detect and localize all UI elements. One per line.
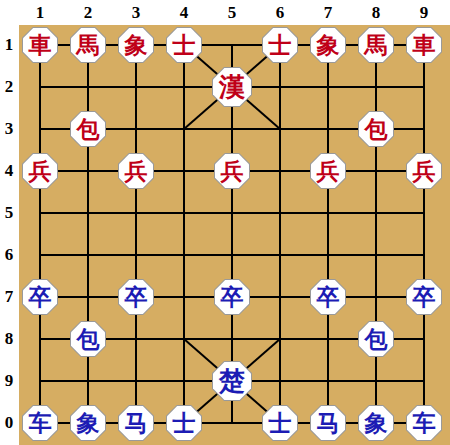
rank-label-6: 6 [0,244,18,266]
red-soldier-glyph: 兵 [407,154,441,188]
rank-label-9: 9 [0,370,18,392]
blue-horse-glyph: 马 [311,406,345,440]
blue-soldier-glyph: 卒 [23,280,57,314]
blue-soldier-glyph: 卒 [407,280,441,314]
red-soldier-glyph: 兵 [311,154,345,188]
red-chariot-glyph: 車 [407,28,441,62]
red-cannon-glyph: 包 [71,112,105,146]
red-elephant-glyph: 象 [311,28,345,62]
blue-cannon-glyph: 包 [71,322,105,356]
red-advisor-glyph: 士 [167,28,201,62]
red-elephant-glyph: 象 [119,28,153,62]
red-soldier-glyph: 兵 [23,154,57,188]
blue-chariot-glyph: 车 [407,406,441,440]
rank-label-0: 0 [0,412,18,434]
rank-label-1: 1 [0,34,18,56]
blue-general[interactable]: 楚 [212,361,252,401]
blue-advisor-glyph: 士 [167,406,201,440]
blue-horse-glyph: 马 [119,406,153,440]
blue-soldier-glyph: 卒 [215,280,249,314]
red-general[interactable]: 漢 [212,67,252,107]
rank-label-2: 2 [0,76,18,98]
file-label-9: 9 [414,2,434,24]
file-label-3: 3 [126,2,146,24]
file-label-6: 6 [270,2,290,24]
red-horse[interactable]: 馬 [70,27,106,63]
red-advisor-glyph: 士 [263,28,297,62]
rank-label-3: 3 [0,118,18,140]
rank-label-8: 8 [0,328,18,350]
red-cannon-glyph: 包 [359,112,393,146]
red-horse-glyph: 馬 [359,28,393,62]
blue-general-glyph: 楚 [213,362,251,400]
blue-elephant-glyph: 象 [359,406,393,440]
blue-advisor-glyph: 士 [263,406,297,440]
file-label-5: 5 [222,2,242,24]
file-label-4: 4 [174,2,194,24]
blue-soldier-glyph: 卒 [311,280,345,314]
rank-label-4: 4 [0,160,18,182]
red-chariot-glyph: 車 [23,28,57,62]
file-label-8: 8 [366,2,386,24]
red-soldier-glyph: 兵 [119,154,153,188]
blue-chariot-glyph: 车 [23,406,57,440]
rank-label-5: 5 [0,202,18,224]
rank-label-7: 7 [0,286,18,308]
red-general-glyph: 漢 [213,68,251,106]
file-label-1: 1 [30,2,50,24]
blue-cannon-glyph: 包 [359,322,393,356]
red-soldier-glyph: 兵 [215,154,249,188]
blue-elephant-glyph: 象 [71,406,105,440]
file-label-7: 7 [318,2,338,24]
blue-soldier-glyph: 卒 [119,280,153,314]
file-label-2: 2 [78,2,98,24]
red-horse-glyph: 馬 [71,28,105,62]
janggi-board: 123456789 1234567890 車馬象士士象馬車漢包包兵兵兵兵兵卒卒卒… [0,0,450,445]
red-chariot[interactable]: 車 [22,27,58,63]
